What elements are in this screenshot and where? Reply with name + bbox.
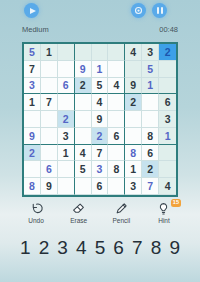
number-pad: 123456789 <box>20 234 180 262</box>
cell-r1c2[interactable]: 1 <box>41 44 58 61</box>
cell-r8c4[interactable]: 5 <box>75 161 92 178</box>
cell-r5c1[interactable] <box>24 111 41 128</box>
numpad-4[interactable]: 4 <box>76 237 87 259</box>
toolbar: Undo Erase Pencil 15 Hint <box>18 202 182 228</box>
cell-r6c2[interactable] <box>41 128 58 145</box>
numpad-6[interactable]: 6 <box>113 237 124 259</box>
pencil-button[interactable]: Pencil <box>103 202 139 228</box>
cell-r7c5[interactable]: 7 <box>92 145 109 162</box>
cell-r3c1[interactable]: 3 <box>24 78 41 95</box>
hint-badge: 15 <box>171 199 181 207</box>
cell-r8c5[interactable]: 3 <box>92 161 109 178</box>
cell-r1c9[interactable]: 2 <box>159 44 176 61</box>
cell-r1c4[interactable] <box>75 44 92 61</box>
cell-r6c7[interactable] <box>125 128 142 145</box>
erase-button[interactable]: Erase <box>61 202 97 228</box>
cell-r2c3[interactable] <box>58 61 75 78</box>
numpad-8[interactable]: 8 <box>151 237 162 259</box>
cell-r5c7[interactable] <box>125 111 142 128</box>
cell-r5c2[interactable] <box>41 111 58 128</box>
cell-r9c8[interactable]: 7 <box>142 178 159 195</box>
cell-r6c4[interactable] <box>75 128 92 145</box>
numpad-7[interactable]: 7 <box>132 237 143 259</box>
cell-r2c9[interactable] <box>159 61 176 78</box>
cell-r1c8[interactable]: 3 <box>142 44 159 61</box>
cell-r3c9[interactable] <box>159 78 176 95</box>
numpad-3[interactable]: 3 <box>57 237 68 259</box>
cell-r3c2[interactable] <box>41 78 58 95</box>
pause-button[interactable] <box>152 3 167 18</box>
numpad-9[interactable]: 9 <box>169 237 180 259</box>
cell-r3c3[interactable]: 6 <box>58 78 75 95</box>
cell-r7c4[interactable]: 4 <box>75 145 92 162</box>
numpad-1[interactable]: 1 <box>20 237 31 259</box>
hint-button[interactable]: 15 Hint <box>146 202 182 228</box>
numpad-2[interactable]: 2 <box>39 237 50 259</box>
undo-button[interactable]: Undo <box>18 202 54 228</box>
cell-r9c3[interactable] <box>58 178 75 195</box>
cell-r2c1[interactable]: 7 <box>24 61 41 78</box>
cell-r7c3[interactable]: 1 <box>58 145 75 162</box>
cell-r4c6[interactable] <box>108 94 125 111</box>
cell-r6c9[interactable]: 1 <box>159 128 176 145</box>
cell-r4c7[interactable]: 2 <box>125 94 142 111</box>
undo-icon <box>30 202 43 215</box>
cell-r9c5[interactable]: 6 <box>92 178 109 195</box>
sudoku-app: Medium 00:48 514327915362549117426293932… <box>0 0 200 282</box>
cell-r9c6[interactable] <box>108 178 125 195</box>
cell-r1c1[interactable]: 5 <box>24 44 41 61</box>
cell-r2c6[interactable] <box>108 61 125 78</box>
erase-label: Erase <box>70 217 87 224</box>
cell-r9c2[interactable]: 9 <box>41 178 58 195</box>
cell-r9c7[interactable]: 3 <box>125 178 142 195</box>
cell-r8c3[interactable] <box>58 161 75 178</box>
cell-r8c7[interactable]: 1 <box>125 161 142 178</box>
cell-r5c4[interactable] <box>75 111 92 128</box>
sudoku-board: 5143279153625491174262939326812147866538… <box>22 42 178 197</box>
cell-r9c9[interactable]: 4 <box>159 178 176 195</box>
cell-r4c3[interactable] <box>58 94 75 111</box>
cell-r3c5[interactable]: 5 <box>92 78 109 95</box>
gear-icon <box>134 6 143 15</box>
cell-r3c8[interactable]: 1 <box>142 78 159 95</box>
cell-r6c1[interactable]: 9 <box>24 128 41 145</box>
play-button[interactable] <box>24 3 39 18</box>
undo-label: Undo <box>28 217 44 224</box>
play-icon <box>30 8 36 14</box>
cell-r4c8[interactable] <box>142 94 159 111</box>
cell-r2c2[interactable] <box>41 61 58 78</box>
cell-r5c3[interactable]: 2 <box>58 111 75 128</box>
cell-r7c9[interactable] <box>159 145 176 162</box>
cell-r4c4[interactable] <box>75 94 92 111</box>
cell-r5c8[interactable] <box>142 111 159 128</box>
cell-r5c6[interactable] <box>108 111 125 128</box>
cell-r5c5[interactable]: 9 <box>92 111 109 128</box>
cell-r4c5[interactable]: 4 <box>92 94 109 111</box>
pencil-label: Pencil <box>112 217 130 224</box>
cell-r2c5[interactable]: 1 <box>92 61 109 78</box>
cell-r8c1[interactable] <box>24 161 41 178</box>
cell-r7c2[interactable] <box>41 145 58 162</box>
cell-r1c6[interactable] <box>108 44 125 61</box>
cell-r7c7[interactable]: 8 <box>125 145 142 162</box>
cell-r1c5[interactable] <box>92 44 109 61</box>
settings-button[interactable] <box>131 3 146 18</box>
lightbulb-icon <box>157 202 170 215</box>
cell-r3c7[interactable]: 9 <box>125 78 142 95</box>
cell-r3c6[interactable]: 4 <box>108 78 125 95</box>
cell-r2c4[interactable]: 9 <box>75 61 92 78</box>
cell-r7c6[interactable] <box>108 145 125 162</box>
cell-r6c8[interactable]: 8 <box>142 128 159 145</box>
hint-label: Hint <box>158 217 170 224</box>
cell-r9c4[interactable] <box>75 178 92 195</box>
cell-r5c9[interactable]: 3 <box>159 111 176 128</box>
cell-r8c6[interactable]: 8 <box>108 161 125 178</box>
cell-r9c1[interactable]: 8 <box>24 178 41 195</box>
cell-r7c8[interactable]: 6 <box>142 145 159 162</box>
pencil-icon <box>115 202 128 215</box>
pause-icon <box>157 7 163 14</box>
cell-r8c9[interactable] <box>159 161 176 178</box>
cell-r2c7[interactable] <box>125 61 142 78</box>
cell-r1c3[interactable] <box>58 44 75 61</box>
cell-r6c5[interactable]: 2 <box>92 128 109 145</box>
cell-r2c8[interactable]: 5 <box>142 61 159 78</box>
cell-r6c6[interactable]: 6 <box>108 128 125 145</box>
cell-r4c1[interactable]: 1 <box>24 94 41 111</box>
timer: 00:48 <box>159 25 178 34</box>
difficulty-label: Medium <box>22 25 49 34</box>
cell-r1c7[interactable]: 4 <box>125 44 142 61</box>
cell-r3c4[interactable]: 2 <box>75 78 92 95</box>
cell-r4c2[interactable]: 7 <box>41 94 58 111</box>
cell-r8c8[interactable]: 2 <box>142 161 159 178</box>
cell-r7c1[interactable]: 2 <box>24 145 41 162</box>
eraser-icon <box>72 202 85 215</box>
cell-r6c3[interactable]: 3 <box>58 128 75 145</box>
cell-r4c9[interactable]: 6 <box>159 94 176 111</box>
numpad-5[interactable]: 5 <box>95 237 106 259</box>
cell-r8c2[interactable]: 6 <box>41 161 58 178</box>
